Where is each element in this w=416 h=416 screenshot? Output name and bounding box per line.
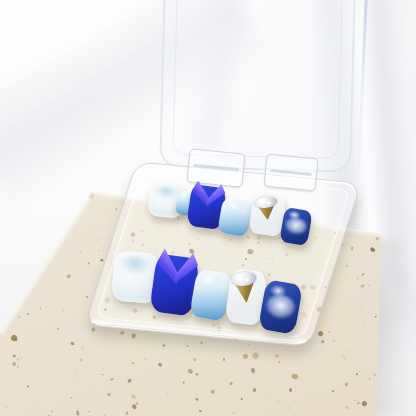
nail-gloss-highlight [200, 272, 218, 287]
nail-inner-tint [119, 255, 152, 276]
nail-inner-tint [153, 184, 178, 199]
butterfly-charm [154, 248, 200, 289]
nails-layer [0, 0, 416, 416]
rhinestone-crystal [231, 271, 258, 288]
rhinestone-gem [253, 195, 278, 220]
nail-gloss-highlight [225, 200, 240, 212]
nail-navy [258, 279, 303, 335]
rhinestone-sparkle [259, 198, 263, 202]
nail-ombre [217, 197, 253, 238]
photo-scene [0, 0, 416, 416]
rhinestone-sparkle [267, 201, 270, 204]
rhinestone-crystal [253, 195, 277, 208]
nail-navy [279, 207, 313, 246]
rhinestone-sparkle [245, 278, 248, 281]
rhinestone-sparkle [236, 275, 240, 279]
nail-gloss-highlight [180, 191, 188, 199]
rhinestone-gem [231, 271, 259, 305]
